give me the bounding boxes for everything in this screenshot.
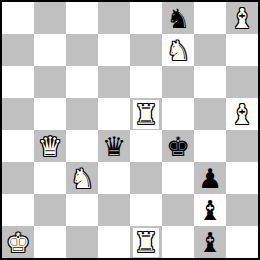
- square-b4[interactable]: ♛: [34, 130, 66, 162]
- black-bishop: ♝: [198, 229, 222, 256]
- square-h6[interactable]: [226, 66, 258, 98]
- square-d8[interactable]: [98, 2, 130, 34]
- square-d1[interactable]: [98, 226, 130, 258]
- square-f4[interactable]: ♚: [162, 130, 194, 162]
- white-king: ♚: [6, 229, 30, 256]
- square-c4[interactable]: [66, 130, 98, 162]
- white-knight: ♞: [166, 37, 190, 64]
- square-d7[interactable]: [98, 34, 130, 66]
- white-queen: ♛: [38, 133, 62, 160]
- square-g5[interactable]: [194, 98, 226, 130]
- square-f1[interactable]: [162, 226, 194, 258]
- square-a3[interactable]: [2, 162, 34, 194]
- square-c1[interactable]: [66, 226, 98, 258]
- square-e5[interactable]: ♜: [130, 98, 162, 130]
- square-a4[interactable]: [2, 130, 34, 162]
- square-h3[interactable]: [226, 162, 258, 194]
- square-e4[interactable]: [130, 130, 162, 162]
- white-rook: ♜: [133, 100, 159, 129]
- square-b8[interactable]: [34, 2, 66, 34]
- square-b5[interactable]: [34, 98, 66, 130]
- square-d3[interactable]: [98, 162, 130, 194]
- white-bishop: ♝: [230, 101, 254, 128]
- square-a6[interactable]: [2, 66, 34, 98]
- square-c7[interactable]: [66, 34, 98, 66]
- square-h5[interactable]: ♝: [226, 98, 258, 130]
- square-e3[interactable]: [130, 162, 162, 194]
- square-d5[interactable]: [98, 98, 130, 130]
- square-g3[interactable]: ♟: [194, 162, 226, 194]
- square-c3[interactable]: ♞: [66, 162, 98, 194]
- square-d4[interactable]: ♛: [98, 130, 130, 162]
- square-c8[interactable]: [66, 2, 98, 34]
- board-grid: ♞♝♞♜♝♛♛♚♞♟♝♚♜♝: [2, 2, 258, 258]
- square-c6[interactable]: [66, 66, 98, 98]
- square-a1[interactable]: ♚: [2, 226, 34, 258]
- square-e6[interactable]: [130, 66, 162, 98]
- white-bishop: ♝: [230, 5, 254, 32]
- square-f8[interactable]: ♞: [162, 2, 194, 34]
- square-g1[interactable]: ♝: [194, 226, 226, 258]
- square-h7[interactable]: [226, 34, 258, 66]
- black-knight: ♞: [166, 5, 190, 32]
- black-queen: ♛: [102, 133, 126, 160]
- square-b3[interactable]: [34, 162, 66, 194]
- square-c2[interactable]: [66, 194, 98, 226]
- white-rook: ♜: [133, 228, 159, 257]
- square-g7[interactable]: [194, 34, 226, 66]
- square-e1[interactable]: ♜: [130, 226, 162, 258]
- square-f3[interactable]: [162, 162, 194, 194]
- square-h1[interactable]: [226, 226, 258, 258]
- square-b7[interactable]: [34, 34, 66, 66]
- square-b2[interactable]: [34, 194, 66, 226]
- square-f6[interactable]: [162, 66, 194, 98]
- black-king: ♚: [166, 133, 190, 160]
- square-b1[interactable]: [34, 226, 66, 258]
- square-c5[interactable]: [66, 98, 98, 130]
- square-h4[interactable]: [226, 130, 258, 162]
- square-e7[interactable]: [130, 34, 162, 66]
- square-a7[interactable]: [2, 34, 34, 66]
- square-f7[interactable]: ♞: [162, 34, 194, 66]
- square-a8[interactable]: [2, 2, 34, 34]
- square-e8[interactable]: [130, 2, 162, 34]
- black-pawn: ♟: [198, 165, 222, 192]
- square-a5[interactable]: [2, 98, 34, 130]
- square-h8[interactable]: ♝: [226, 2, 258, 34]
- square-h2[interactable]: [226, 194, 258, 226]
- square-g6[interactable]: [194, 66, 226, 98]
- square-d6[interactable]: [98, 66, 130, 98]
- square-g8[interactable]: [194, 2, 226, 34]
- square-f2[interactable]: [162, 194, 194, 226]
- square-g2[interactable]: ♝: [194, 194, 226, 226]
- square-e2[interactable]: [130, 194, 162, 226]
- square-d2[interactable]: [98, 194, 130, 226]
- square-b6[interactable]: [34, 66, 66, 98]
- square-f5[interactable]: [162, 98, 194, 130]
- chessboard: ♞♝♞♜♝♛♛♚♞♟♝♚♜♝: [0, 0, 260, 260]
- white-knight: ♞: [70, 165, 94, 192]
- black-bishop: ♝: [198, 197, 222, 224]
- square-a2[interactable]: [2, 194, 34, 226]
- square-g4[interactable]: [194, 130, 226, 162]
